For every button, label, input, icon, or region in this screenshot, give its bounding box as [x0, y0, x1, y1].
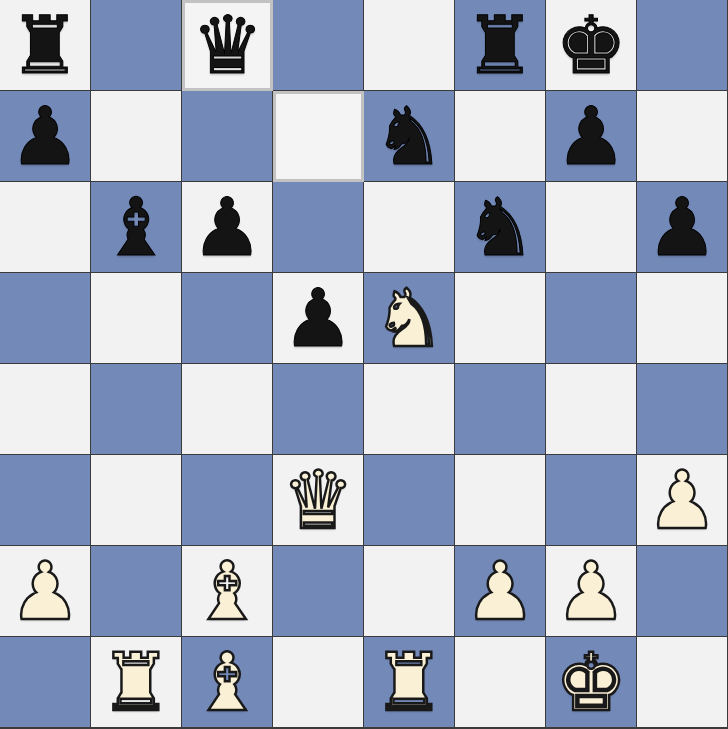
square-c3[interactable]: [182, 455, 273, 546]
square-e6[interactable]: [364, 182, 455, 273]
square-d5[interactable]: ♟: [273, 273, 364, 364]
square-f7[interactable]: [455, 91, 546, 182]
square-d3[interactable]: ♛: [273, 455, 364, 546]
piece-black-king[interactable]: ♚: [555, 0, 627, 91]
square-a1[interactable]: [0, 637, 91, 728]
square-f1[interactable]: [455, 637, 546, 728]
piece-black-pawn[interactable]: ♟: [282, 273, 354, 364]
square-g3[interactable]: [546, 455, 637, 546]
piece-black-knight[interactable]: ♞: [464, 182, 536, 273]
square-b6[interactable]: ♝: [91, 182, 182, 273]
square-e2[interactable]: [364, 546, 455, 637]
square-b7[interactable]: [91, 91, 182, 182]
square-h2[interactable]: [637, 546, 728, 637]
square-f4[interactable]: [455, 364, 546, 455]
square-h3[interactable]: ♟: [637, 455, 728, 546]
square-e7[interactable]: ♞: [364, 91, 455, 182]
square-g1[interactable]: ♚: [546, 637, 637, 728]
piece-black-pawn[interactable]: ♟: [646, 182, 718, 273]
square-g2[interactable]: ♟: [546, 546, 637, 637]
square-a4[interactable]: [0, 364, 91, 455]
square-a3[interactable]: [0, 455, 91, 546]
square-h5[interactable]: [637, 273, 728, 364]
square-h6[interactable]: ♟: [637, 182, 728, 273]
piece-white-bishop[interactable]: ♝: [191, 637, 263, 728]
square-d1[interactable]: [273, 637, 364, 728]
piece-white-pawn[interactable]: ♟: [9, 546, 81, 637]
square-c5[interactable]: [182, 273, 273, 364]
piece-black-rook[interactable]: ♜: [464, 0, 536, 91]
square-c8[interactable]: ♛: [182, 0, 273, 91]
square-d8[interactable]: [273, 0, 364, 91]
square-g7[interactable]: ♟: [546, 91, 637, 182]
square-f8[interactable]: ♜: [455, 0, 546, 91]
square-a5[interactable]: [0, 273, 91, 364]
piece-black-knight[interactable]: ♞: [373, 91, 445, 182]
square-f2[interactable]: ♟: [455, 546, 546, 637]
square-b1[interactable]: ♜: [91, 637, 182, 728]
square-d2[interactable]: [273, 546, 364, 637]
square-a8[interactable]: ♜: [0, 0, 91, 91]
square-g8[interactable]: ♚: [546, 0, 637, 91]
piece-white-king[interactable]: ♚: [555, 637, 627, 728]
square-c1[interactable]: ♝: [182, 637, 273, 728]
piece-white-bishop[interactable]: ♝: [191, 546, 263, 637]
square-b2[interactable]: [91, 546, 182, 637]
square-e3[interactable]: [364, 455, 455, 546]
piece-white-knight[interactable]: ♞: [373, 273, 445, 364]
piece-white-rook[interactable]: ♜: [373, 637, 445, 728]
square-g4[interactable]: [546, 364, 637, 455]
square-d6[interactable]: [273, 182, 364, 273]
square-f3[interactable]: [455, 455, 546, 546]
square-e4[interactable]: [364, 364, 455, 455]
square-a2[interactable]: ♟: [0, 546, 91, 637]
square-f6[interactable]: ♞: [455, 182, 546, 273]
square-b3[interactable]: [91, 455, 182, 546]
square-e8[interactable]: [364, 0, 455, 91]
piece-white-pawn[interactable]: ♟: [464, 546, 536, 637]
piece-white-queen[interactable]: ♛: [282, 455, 354, 546]
square-a6[interactable]: [0, 182, 91, 273]
square-c2[interactable]: ♝: [182, 546, 273, 637]
square-d7[interactable]: [273, 91, 364, 182]
square-e1[interactable]: ♜: [364, 637, 455, 728]
square-e5[interactable]: ♞: [364, 273, 455, 364]
piece-white-pawn[interactable]: ♟: [555, 546, 627, 637]
square-a7[interactable]: ♟: [0, 91, 91, 182]
square-c6[interactable]: ♟: [182, 182, 273, 273]
square-c7[interactable]: [182, 91, 273, 182]
square-f5[interactable]: [455, 273, 546, 364]
piece-white-pawn[interactable]: ♟: [646, 455, 718, 546]
square-h1[interactable]: [637, 637, 728, 728]
square-c4[interactable]: [182, 364, 273, 455]
square-g5[interactable]: [546, 273, 637, 364]
square-h4[interactable]: [637, 364, 728, 455]
piece-black-rook[interactable]: ♜: [9, 0, 81, 91]
square-b8[interactable]: [91, 0, 182, 91]
square-d4[interactable]: [273, 364, 364, 455]
square-h8[interactable]: [637, 0, 728, 91]
square-b4[interactable]: [91, 364, 182, 455]
square-h7[interactable]: [637, 91, 728, 182]
square-b5[interactable]: [91, 273, 182, 364]
piece-black-pawn[interactable]: ♟: [191, 182, 263, 273]
square-g6[interactable]: [546, 182, 637, 273]
chess-board: ♜♛♜♚♟♞♟♝♟♞♟♟♞♛♟♟♝♟♟♜♝♜♚: [0, 0, 728, 728]
piece-black-bishop[interactable]: ♝: [100, 182, 172, 273]
piece-black-queen[interactable]: ♛: [192, 0, 264, 91]
piece-black-pawn[interactable]: ♟: [555, 91, 627, 182]
piece-black-pawn[interactable]: ♟: [9, 91, 81, 182]
piece-white-rook[interactable]: ♜: [100, 637, 172, 728]
